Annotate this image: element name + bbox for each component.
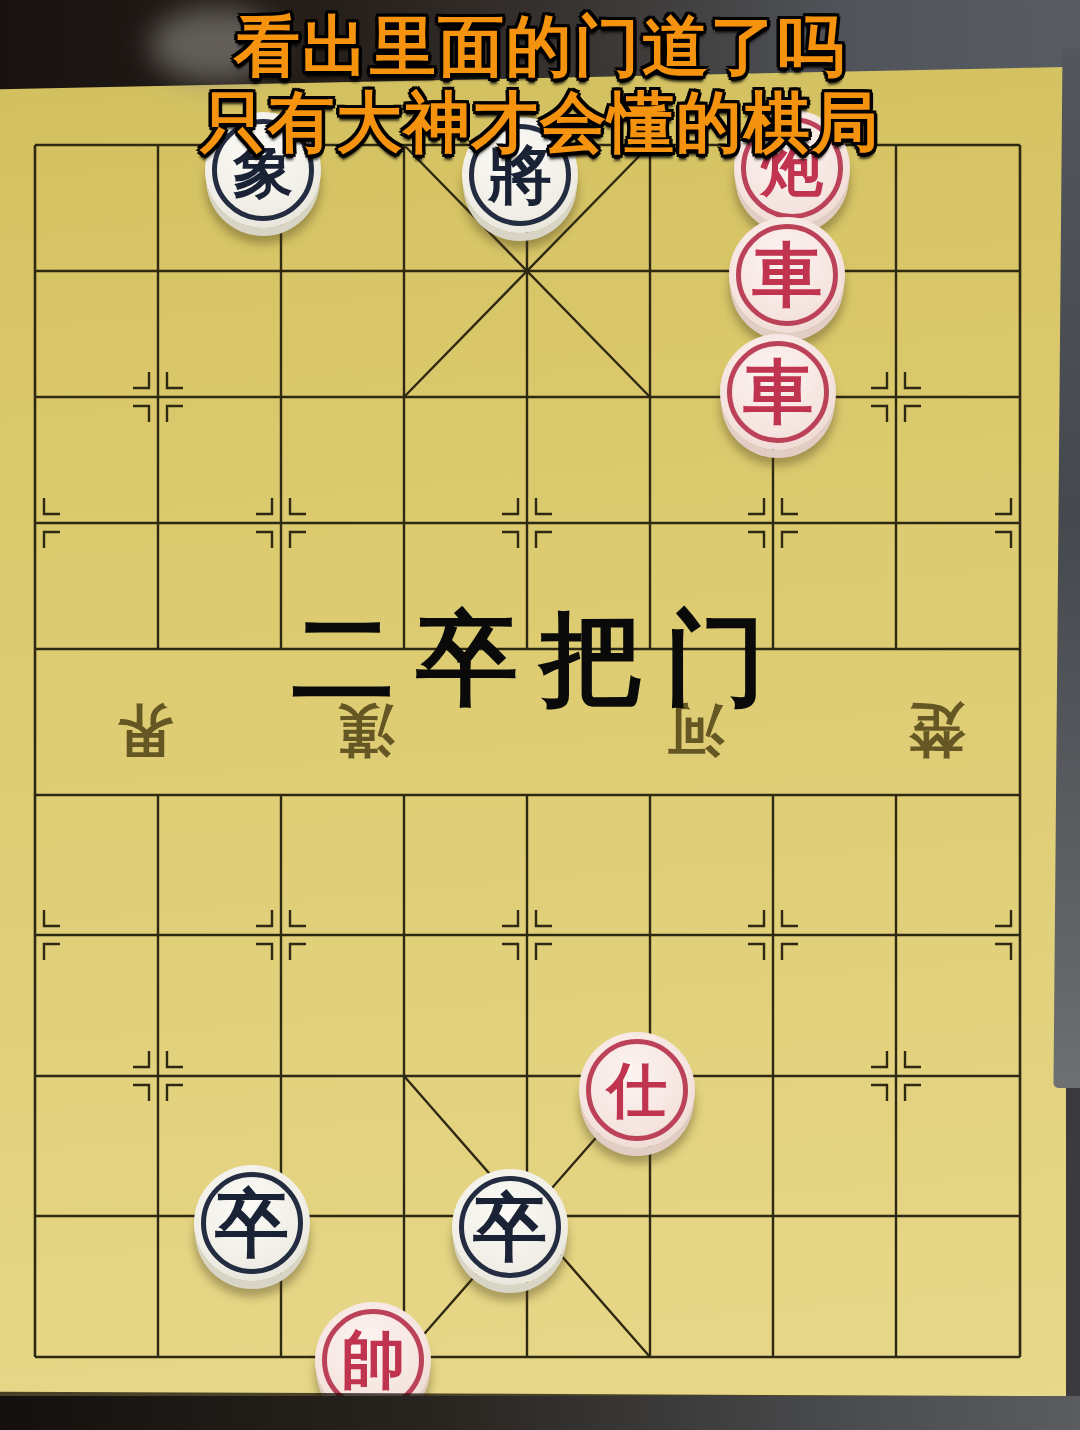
background-bottom xyxy=(0,1396,1080,1430)
piece-red-chariot-g3[interactable]: 車 xyxy=(720,334,836,450)
pieces-grid: 象將炮車車仕卒卒帥 xyxy=(0,82,1080,1430)
piece-glyph: 仕 xyxy=(579,1032,695,1148)
piece-red-chariot-g2[interactable]: 車 xyxy=(729,217,845,333)
caption-line-2: 只有大神才会懂的棋局 xyxy=(0,78,1080,168)
piece-red-advisor-f8[interactable]: 仕 xyxy=(579,1032,695,1148)
piece-glyph: 車 xyxy=(720,334,836,450)
piece-glyph: 車 xyxy=(729,217,845,333)
piece-glyph: 卒 xyxy=(452,1169,568,1285)
piece-black-soldier-c9[interactable]: 卒 xyxy=(194,1165,310,1281)
piece-glyph: 卒 xyxy=(194,1165,310,1281)
caption-middle: 二卒把门 xyxy=(0,592,1080,729)
screenshot: 界漢河楚 象將炮車車仕卒卒帥 看出里面的门道了吗 只有大神才会懂的棋局 二卒把门 xyxy=(0,0,1080,1430)
piece-black-soldier-e9[interactable]: 卒 xyxy=(452,1169,568,1285)
